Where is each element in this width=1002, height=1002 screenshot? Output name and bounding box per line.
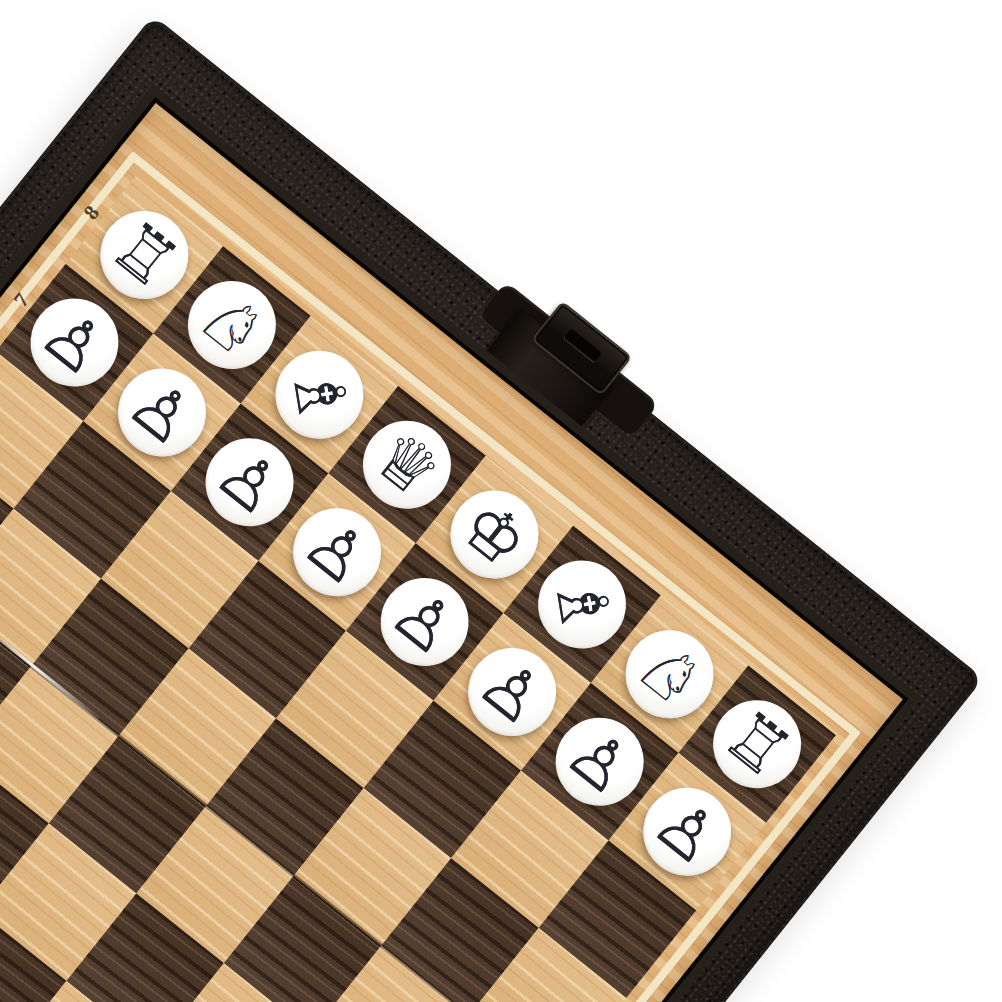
folding-chess-set: ♖♘♗♕♔♗♘♖♙♙♙♙♙♙♙♙ 87	[0, 15, 984, 1002]
photo-white-background: { "game": "chess", "position": "rnbqkbnr…	[0, 0, 1002, 1002]
black-bishop-icon: ♗	[543, 569, 620, 640]
latch-slot	[563, 328, 602, 362]
black-bishop-icon: ♗	[281, 359, 358, 430]
